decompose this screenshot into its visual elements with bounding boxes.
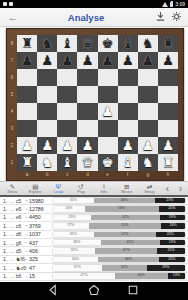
square-c3[interactable] <box>57 120 77 137</box>
piece-black-bishop: ♝ <box>61 37 73 51</box>
square-c8[interactable]: ♝ <box>57 35 77 52</box>
move-label: 1. … e5 <box>3 206 24 212</box>
rank-label: 2 <box>7 137 17 154</box>
black-wins-segment: 19% <box>160 240 185 246</box>
file-label: d <box>77 171 97 180</box>
percent-label: 36% <box>73 240 80 246</box>
wifi-icon <box>162 2 168 7</box>
settings-button[interactable] <box>169 10 183 24</box>
status-indicators: 3:09 <box>162 1 185 7</box>
result-bar: 31%46%23% <box>53 198 185 204</box>
white-wins-segment: 27% <box>53 223 89 229</box>
square-d7[interactable]: ♟ <box>77 52 97 69</box>
square-b7[interactable]: ♟ <box>37 52 57 69</box>
square-e1[interactable]: ♚ <box>98 154 118 171</box>
piece-white-pawn: ♟ <box>162 139 174 153</box>
square-f7[interactable]: ♟ <box>118 52 138 69</box>
nav-recents-icon <box>127 284 139 299</box>
piece-white-pawn: ♟ <box>61 139 73 153</box>
explorer-row[interactable]: 1. … e6▪445029%52%19% <box>0 214 188 222</box>
toolbar-label: Explore <box>29 190 42 194</box>
piece-white-queen: ♛ <box>81 156 93 170</box>
toolbar-label: Setup <box>145 190 155 194</box>
result-bar: 24%56%20% <box>53 206 185 212</box>
square-d2[interactable]: ♟ <box>77 137 97 154</box>
percent-label: 21% <box>168 248 175 254</box>
piece-white-rook: ♜ <box>162 156 174 170</box>
notification-icon <box>3 2 7 6</box>
result-bar: 34%46%20% <box>53 257 185 263</box>
piece-white-king: ♚ <box>102 156 114 170</box>
screen: 3:09 ← Analyse 87654321 ♜♞♝♛♚♝♞♜♟♟♟♟♟♟♟♟… <box>0 0 188 300</box>
piece-white-knight: ♞ <box>41 156 53 170</box>
explorer-row[interactable]: 1. … d5▪40632%47%21% <box>0 247 188 255</box>
toolbar-setup-button[interactable]: ⇄Setup <box>138 183 161 194</box>
white-wins-segment: 47% <box>53 273 115 279</box>
result-bar: 27%55%18% <box>53 223 185 229</box>
result-bar: 31%47%22% <box>53 232 185 238</box>
percent-label: 22% <box>167 232 174 238</box>
piece-black-knight: ♞ <box>41 37 53 51</box>
percent-label: 46% <box>121 198 128 204</box>
piece-white-pawn: ♟ <box>102 105 114 119</box>
nav-home-icon <box>88 284 100 299</box>
square-b6[interactable] <box>37 69 57 86</box>
square-h7[interactable]: ♟ <box>158 52 178 69</box>
rank-label: 5 <box>7 86 17 103</box>
piece-white-bishop: ♝ <box>122 156 134 170</box>
notes-icon: ✎ <box>10 183 15 190</box>
toolbar-items: ✎Notes▤ExploreΨCeval↺PlayiInfo⊞Moves⇄Set… <box>1 183 161 194</box>
ceval-icon: Ψ <box>55 183 60 190</box>
page-title: Analyse <box>21 12 151 23</box>
file-label: g <box>138 171 158 180</box>
percent-label: 31% <box>70 232 77 238</box>
percent-label: 29% <box>69 215 76 221</box>
moves-icon: ⊞ <box>124 183 129 190</box>
rank-label: 6 <box>7 69 17 86</box>
square-g7[interactable]: ♟ <box>138 52 158 69</box>
percent-label: 19% <box>169 215 176 221</box>
toolbar-ceval-button[interactable]: ΨCeval <box>47 183 70 194</box>
move-label: 1. … ♞c6 <box>3 265 24 271</box>
black-wins-segment: 18% <box>161 223 185 229</box>
piece-black-pawn: ♟ <box>102 54 114 68</box>
draws-segment: 45% <box>101 240 160 246</box>
games-count: 15 <box>29 273 52 279</box>
black-wins-segment: 22% <box>156 232 185 238</box>
rank-label: 7 <box>7 52 17 69</box>
square-a8[interactable]: ♜ <box>17 35 37 52</box>
piece-white-rook: ♜ <box>21 156 33 170</box>
toolbar-label: Info <box>101 190 107 194</box>
piece-white-pawn: ♟ <box>81 139 93 153</box>
square-b5[interactable] <box>37 86 57 103</box>
games-count: 325 <box>29 256 52 262</box>
white-wins-segment: 34% <box>53 257 98 263</box>
percent-label: 40% <box>138 273 145 279</box>
piece-black-rook: ♜ <box>21 37 33 51</box>
file-label: a <box>17 171 37 180</box>
square-c4[interactable] <box>57 103 77 120</box>
draws-segment: 52% <box>91 215 160 221</box>
percent-label: 47% <box>123 248 130 254</box>
white-wins-segment: 36% <box>53 240 101 246</box>
square-e6[interactable] <box>98 69 118 86</box>
percent-label: 19% <box>169 240 176 246</box>
piece-white-pawn: ♟ <box>41 139 53 153</box>
draws-segment: 56% <box>85 206 159 212</box>
games-count: 12786 <box>29 206 52 212</box>
piece-black-bishop: ♝ <box>122 37 134 51</box>
result-bar: 37%34%29% <box>53 265 185 271</box>
square-a4[interactable] <box>17 103 37 120</box>
rank-label: 8 <box>7 35 17 52</box>
explorer-row[interactable]: 1. … b6▪1547%40%13% <box>0 273 188 281</box>
square-a1[interactable]: ♜ <box>17 154 37 171</box>
piece-black-pawn: ♟ <box>61 54 73 68</box>
square-g6[interactable] <box>138 69 158 86</box>
move-label: 1. … g6 <box>3 240 24 246</box>
piece-black-pawn: ♟ <box>41 54 53 68</box>
export-icon <box>155 10 166 25</box>
square-a5[interactable] <box>17 86 37 103</box>
square-h1[interactable]: ♜ <box>158 154 178 171</box>
white-wins-segment: 32% <box>53 248 95 254</box>
square-h8[interactable]: ♜ <box>158 35 178 52</box>
rank-label: 3 <box>7 120 17 137</box>
square-b8[interactable]: ♞ <box>37 35 57 52</box>
nav-home-button[interactable] <box>84 284 104 298</box>
piece-white-knight: ♞ <box>142 156 154 170</box>
toolbar-label: Moves <box>121 190 132 194</box>
file-label: c <box>57 171 77 180</box>
settings-gear-icon <box>171 10 182 25</box>
square-g8[interactable]: ♞ <box>138 35 158 52</box>
piece-black-rook: ♜ <box>162 37 174 51</box>
percent-label: 27% <box>67 223 74 229</box>
toolbar-info-button[interactable]: iInfo <box>92 183 115 194</box>
rank-label: 1 <box>7 154 17 171</box>
notification-icon <box>9 2 13 6</box>
piece-black-pawn: ♟ <box>81 54 93 68</box>
percent-label: 52% <box>122 215 129 221</box>
percent-label: 47% <box>121 232 128 238</box>
next-move-button[interactable]: › <box>174 183 187 195</box>
play-icon: ↺ <box>78 183 83 190</box>
square-e8[interactable]: ♚ <box>98 35 118 52</box>
piece-black-queen: ♛ <box>81 37 93 51</box>
info-icon: i <box>103 183 104 190</box>
square-g3[interactable] <box>138 120 158 137</box>
games-count: 3769 <box>29 223 52 229</box>
explorer-row[interactable]: 1. … ♞f6▪32534%46%20% <box>0 256 188 264</box>
square-d5[interactable] <box>77 86 97 103</box>
piece-white-bishop: ♝ <box>61 156 73 170</box>
square-f1[interactable]: ♝ <box>118 154 138 171</box>
toolbar-label: Notes <box>7 190 17 194</box>
result-bar: 32%47%21% <box>53 248 185 254</box>
file-label: f <box>118 171 138 180</box>
file-label: b <box>37 171 57 180</box>
export-button[interactable] <box>153 10 167 24</box>
explorer-row[interactable]: 1. … c6▪376927%55%18% <box>0 222 188 230</box>
black-wins-segment: 23% <box>155 198 185 204</box>
status-bar: 3:09 <box>0 0 188 8</box>
back-button[interactable]: ← <box>5 8 21 26</box>
toolbar-moves-button[interactable]: ⊞Moves <box>115 183 138 194</box>
square-b2[interactable]: ♟ <box>37 137 57 154</box>
result-bar: 47%40%13% <box>53 273 185 279</box>
square-h3[interactable] <box>158 120 178 137</box>
draws-segment: 47% <box>95 248 157 254</box>
square-e2[interactable] <box>98 137 118 154</box>
percent-label: 32% <box>71 248 78 254</box>
file-labels: abcdefgh <box>17 171 178 180</box>
square-c6[interactable] <box>57 69 77 86</box>
app-bar: ← Analyse <box>0 8 188 27</box>
piece-white-pawn: ♟ <box>142 139 154 153</box>
games-count: 1037 <box>29 231 52 237</box>
explore-icon: ▤ <box>32 183 38 190</box>
square-a3[interactable] <box>17 120 37 137</box>
games-count: 406 <box>29 248 52 254</box>
square-c5[interactable] <box>57 86 77 103</box>
piece-black-knight: ♞ <box>142 37 154 51</box>
nav-recents-button[interactable] <box>123 284 143 298</box>
square-a2[interactable]: ♟ <box>17 137 37 154</box>
draws-segment: 34% <box>102 265 147 271</box>
piece-black-pawn: ♟ <box>162 54 174 68</box>
square-h4[interactable] <box>158 103 178 120</box>
white-wins-segment: 31% <box>53 232 94 238</box>
square-g5[interactable] <box>138 86 158 103</box>
square-g4[interactable] <box>138 103 158 120</box>
white-wins-segment: 29% <box>53 215 91 221</box>
move-label: 1. … b6 <box>3 273 24 279</box>
square-b4[interactable] <box>37 103 57 120</box>
draws-segment: 46% <box>98 257 159 263</box>
square-g2[interactable]: ♟ <box>138 137 158 154</box>
square-f3[interactable] <box>118 120 138 137</box>
square-d8[interactable]: ♛ <box>77 35 97 52</box>
white-wins-segment: 24% <box>53 206 85 212</box>
square-f8[interactable]: ♝ <box>118 35 138 52</box>
percent-label: 45% <box>127 240 134 246</box>
percent-label: 55% <box>121 223 128 229</box>
games-count: 47 <box>29 265 52 271</box>
analysis-toolbar: ✎Notes▤ExploreΨCeval↺PlayiInfo⊞Moves⇄Set… <box>0 181 188 195</box>
explorer-row[interactable]: 1. … ♞c6▪4737%34%29% <box>0 264 188 272</box>
explorer-row[interactable]: 1. … e5▪1278624%56%20% <box>0 205 188 213</box>
toolbar-notes-button[interactable]: ✎Notes <box>1 183 24 194</box>
toolbar-label: Ceval <box>53 190 63 194</box>
percent-label: 46% <box>125 257 132 263</box>
square-f4[interactable] <box>118 103 138 120</box>
square-f5[interactable] <box>118 86 138 103</box>
battery-icon <box>170 2 173 7</box>
black-wins-segment: 20% <box>159 257 185 263</box>
square-f6[interactable] <box>118 69 138 86</box>
black-wins-segment: 29% <box>147 265 185 271</box>
square-h2[interactable]: ♟ <box>158 137 178 154</box>
move-label: 1. … c6 <box>3 223 24 229</box>
file-label: e <box>98 171 118 180</box>
black-wins-segment: 20% <box>159 206 185 212</box>
nav-back-button[interactable] <box>43 284 63 298</box>
piece-black-king: ♚ <box>102 37 114 51</box>
result-bar: 36%45%19% <box>53 240 185 246</box>
prev-move-button[interactable]: ‹ <box>161 183 174 195</box>
explorer-row[interactable]: 1. … c5▪1598031%46%23% <box>0 197 188 205</box>
piece-black-pawn: ♟ <box>122 54 134 68</box>
piece-white-pawn: ♟ <box>21 139 33 153</box>
explorer-row[interactable]: 1. … g6▪43736%45%19% <box>0 239 188 247</box>
square-f2[interactable]: ♟ <box>118 137 138 154</box>
chess-board: 87654321 ♜♞♝♛♚♝♞♜♟♟♟♟♟♟♟♟♟♟♟♟♟♟♟♟♜♞♝♛♚♝♞… <box>6 28 184 181</box>
piece-black-pawn: ♟ <box>142 54 154 68</box>
clock: 3:09 <box>175 1 185 7</box>
android-nav-bar <box>0 282 188 300</box>
percent-label: 37% <box>74 265 81 271</box>
percent-label: 20% <box>168 257 175 263</box>
black-wins-segment: 13% <box>168 273 185 279</box>
percent-label: 34% <box>72 257 79 263</box>
square-b1[interactable]: ♞ <box>37 154 57 171</box>
percent-label: 24% <box>65 206 72 212</box>
toolbar-explore-button[interactable]: ▤Explore <box>24 183 47 194</box>
square-h6[interactable] <box>158 69 178 86</box>
square-e7[interactable]: ♟ <box>98 52 118 69</box>
toolbar-label: Play <box>77 190 84 194</box>
square-e4[interactable]: ♟ <box>98 103 118 120</box>
games-count: 15980 <box>29 198 52 204</box>
square-c2[interactable]: ♟ <box>57 137 77 154</box>
opening-explorer: 1. … c5▪1598031%46%23%1. … e5▪1278624%56… <box>0 197 188 281</box>
percent-label: 23% <box>166 198 173 204</box>
draws-segment: 46% <box>94 198 155 204</box>
draws-segment: 47% <box>94 232 156 238</box>
square-a7[interactable]: ♟ <box>17 52 37 69</box>
square-d1[interactable]: ♛ <box>77 154 97 171</box>
white-wins-segment: 37% <box>53 265 102 271</box>
move-label: 1. … ♞f6 <box>3 256 24 262</box>
black-wins-segment: 19% <box>160 215 185 221</box>
rank-labels: 87654321 <box>7 35 17 171</box>
move-label: 1. … c5 <box>3 198 24 204</box>
square-d4[interactable] <box>77 103 97 120</box>
games-count: 4450 <box>29 214 52 220</box>
toolbar-play-button[interactable]: ↺Play <box>70 183 93 194</box>
square-c7[interactable]: ♟ <box>57 52 77 69</box>
move-label: 1. … d6 <box>3 231 24 237</box>
percent-label: 29% <box>162 265 169 271</box>
draws-segment: 40% <box>115 273 168 279</box>
square-h5[interactable] <box>158 86 178 103</box>
move-label: 1. … e6 <box>3 214 24 220</box>
percent-label: 47% <box>80 273 87 279</box>
square-g1[interactable]: ♞ <box>138 154 158 171</box>
square-e5[interactable] <box>98 86 118 103</box>
square-d3[interactable] <box>77 120 97 137</box>
notification-icons <box>3 2 13 6</box>
square-a6[interactable] <box>17 69 37 86</box>
rank-label: 4 <box>7 103 17 120</box>
percent-label: 31% <box>70 198 77 204</box>
explorer-row[interactable]: 1. … d6▪103731%47%22% <box>0 231 188 239</box>
white-wins-segment: 31% <box>53 198 94 204</box>
piece-white-pawn: ♟ <box>122 139 134 153</box>
square-b3[interactable] <box>37 120 57 137</box>
move-label: 1. … d5 <box>3 248 24 254</box>
percent-label: 20% <box>168 206 175 212</box>
black-wins-segment: 21% <box>157 248 185 254</box>
percent-label: 56% <box>118 206 125 212</box>
percent-label: 34% <box>121 265 128 271</box>
percent-label: 18% <box>169 223 176 229</box>
games-count: 437 <box>29 240 52 246</box>
piece-black-pawn: ♟ <box>21 54 33 68</box>
nav-back-icon <box>47 284 59 299</box>
square-e3[interactable] <box>98 120 118 137</box>
square-c1[interactable]: ♝ <box>57 154 77 171</box>
draws-segment: 55% <box>89 223 162 229</box>
file-label: h <box>158 171 178 180</box>
square-d6[interactable] <box>77 69 97 86</box>
percent-label: 13% <box>173 273 180 279</box>
board-grid: ♜♞♝♛♚♝♞♜♟♟♟♟♟♟♟♟♟♟♟♟♟♟♟♟♜♞♝♛♚♝♞♜ <box>17 35 178 171</box>
result-bar: 29%52%19% <box>53 215 185 221</box>
setup-icon: ⇄ <box>147 183 152 190</box>
